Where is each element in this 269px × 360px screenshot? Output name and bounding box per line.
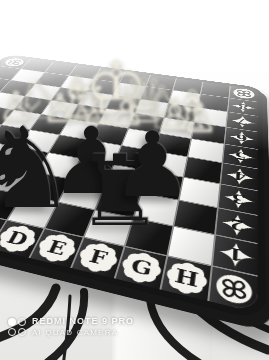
photo-frame: 87654321ABCDEFGH ♙♘♙♗♖♙♔♙♕♘♙♗♙ ♞♟♜♟ REDM…: [0, 0, 269, 360]
quad-camera-icon: [8, 318, 26, 336]
watermark-device: REDMI NOTE 9 PRO: [32, 316, 134, 326]
chess-board: 87654321ABCDEFGH: [0, 54, 266, 322]
board-scene: 87654321ABCDEFGH: [0, 0, 269, 360]
corner-swirl-ornament: [210, 268, 256, 312]
camera-watermark: REDMI NOTE 9 PRO AI QUAD CAMERA: [8, 316, 134, 337]
board-grid: 87654321ABCDEFGH: [0, 56, 258, 313]
watermark-camera: AI QUAD CAMERA: [32, 328, 134, 337]
watermark-text: REDMI NOTE 9 PRO AI QUAD CAMERA: [32, 316, 134, 337]
